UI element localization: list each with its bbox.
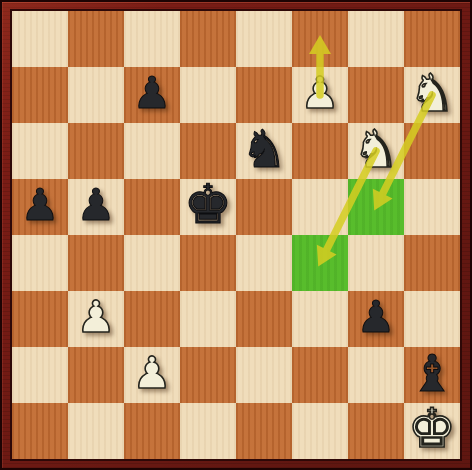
board-frame-outer: ♟♟♞♞♞♟♟♚♟♟♟♝♚	[0, 0, 472, 470]
black-pawn-a5[interactable]: ♟	[20, 183, 59, 227]
square-e7[interactable]	[236, 67, 292, 123]
square-h8[interactable]	[404, 11, 460, 67]
square-g3[interactable]: ♟	[348, 291, 404, 347]
white-knight-g6[interactable]: ♞	[353, 123, 400, 175]
square-c4[interactable]	[124, 235, 180, 291]
square-h4[interactable]	[404, 235, 460, 291]
square-h1[interactable]: ♚	[404, 403, 460, 459]
square-h5[interactable]	[404, 179, 460, 235]
square-d2[interactable]	[180, 347, 236, 403]
square-e1[interactable]	[236, 403, 292, 459]
square-d8[interactable]	[180, 11, 236, 67]
black-pawn-b5[interactable]: ♟	[76, 183, 115, 227]
square-d5[interactable]: ♚	[180, 179, 236, 235]
square-e4[interactable]	[236, 235, 292, 291]
square-b2[interactable]	[68, 347, 124, 403]
white-pawn-f7[interactable]: ♟	[300, 71, 339, 115]
square-e8[interactable]	[236, 11, 292, 67]
square-h7[interactable]: ♞	[404, 67, 460, 123]
square-c7[interactable]: ♟	[124, 67, 180, 123]
square-c3[interactable]	[124, 291, 180, 347]
square-e6[interactable]: ♞	[236, 123, 292, 179]
square-c5[interactable]	[124, 179, 180, 235]
square-b1[interactable]	[68, 403, 124, 459]
black-pawn-g3[interactable]: ♟	[356, 295, 395, 339]
square-a5[interactable]: ♟	[12, 179, 68, 235]
white-knight-h7[interactable]: ♞	[409, 67, 456, 119]
square-b8[interactable]	[68, 11, 124, 67]
square-c6[interactable]	[124, 123, 180, 179]
square-f3[interactable]	[292, 291, 348, 347]
square-g7[interactable]	[348, 67, 404, 123]
black-bishop-h2[interactable]: ♝	[409, 348, 455, 399]
square-a1[interactable]	[12, 403, 68, 459]
square-a8[interactable]	[12, 11, 68, 67]
square-c8[interactable]	[124, 11, 180, 67]
square-d3[interactable]	[180, 291, 236, 347]
square-a7[interactable]	[12, 67, 68, 123]
square-e5[interactable]	[236, 179, 292, 235]
black-knight-e6[interactable]: ♞	[241, 123, 288, 175]
square-a4[interactable]	[12, 235, 68, 291]
square-e2[interactable]	[236, 347, 292, 403]
square-d1[interactable]	[180, 403, 236, 459]
white-pawn-b3[interactable]: ♟	[76, 295, 115, 339]
highlighted-square-f4[interactable]	[292, 235, 348, 291]
square-f8[interactable]	[292, 11, 348, 67]
square-d6[interactable]	[180, 123, 236, 179]
square-c2[interactable]: ♟	[124, 347, 180, 403]
square-g2[interactable]	[348, 347, 404, 403]
chess-board: ♟♟♞♞♞♟♟♚♟♟♟♝♚	[12, 11, 460, 459]
square-f6[interactable]	[292, 123, 348, 179]
square-a6[interactable]	[12, 123, 68, 179]
highlighted-square-g5[interactable]	[348, 179, 404, 235]
square-g6[interactable]: ♞	[348, 123, 404, 179]
square-g4[interactable]	[348, 235, 404, 291]
square-d7[interactable]	[180, 67, 236, 123]
board-frame-wood: ♟♟♞♞♞♟♟♚♟♟♟♝♚	[2, 2, 470, 468]
square-f7[interactable]: ♟	[292, 67, 348, 123]
square-g8[interactable]	[348, 11, 404, 67]
square-f1[interactable]	[292, 403, 348, 459]
board-frame-inner: ♟♟♞♞♞♟♟♚♟♟♟♝♚	[10, 9, 462, 461]
square-g1[interactable]	[348, 403, 404, 459]
square-b4[interactable]	[68, 235, 124, 291]
black-pawn-c7[interactable]: ♟	[132, 71, 171, 115]
square-b5[interactable]: ♟	[68, 179, 124, 235]
square-a3[interactable]	[12, 291, 68, 347]
square-h6[interactable]	[404, 123, 460, 179]
square-b6[interactable]	[68, 123, 124, 179]
square-d4[interactable]	[180, 235, 236, 291]
square-h3[interactable]	[404, 291, 460, 347]
square-e3[interactable]	[236, 291, 292, 347]
square-f5[interactable]	[292, 179, 348, 235]
square-h2[interactable]: ♝	[404, 347, 460, 403]
square-c1[interactable]	[124, 403, 180, 459]
square-b7[interactable]	[68, 67, 124, 123]
white-pawn-c2[interactable]: ♟	[132, 351, 171, 395]
black-king-d5[interactable]: ♚	[184, 178, 232, 232]
square-a2[interactable]	[12, 347, 68, 403]
square-f2[interactable]	[292, 347, 348, 403]
white-king-h1[interactable]: ♚	[408, 402, 456, 456]
square-b3[interactable]: ♟	[68, 291, 124, 347]
